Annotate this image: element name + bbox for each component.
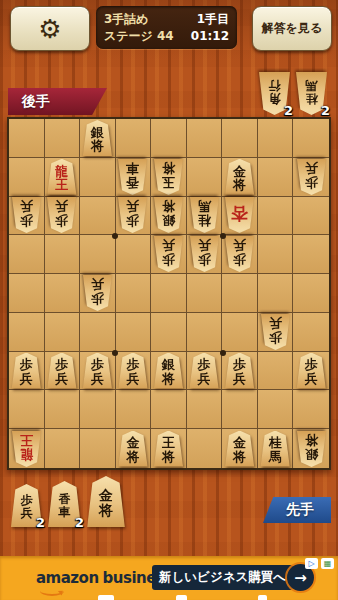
board-square[interactable] bbox=[187, 313, 223, 352]
piece-face: 銀将 bbox=[153, 197, 184, 233]
board-square[interactable] bbox=[45, 119, 81, 158]
board-square[interactable] bbox=[116, 313, 152, 352]
board-square[interactable]: 歩兵 bbox=[116, 197, 152, 236]
gote-hand-tray: 角行2桂馬2 bbox=[258, 72, 328, 115]
board-square[interactable] bbox=[45, 274, 81, 313]
board-star-point bbox=[220, 350, 226, 356]
piece-face: 歩兵 bbox=[296, 353, 327, 389]
board-square[interactable]: 銀将 bbox=[80, 119, 116, 158]
ad-cta-button[interactable]: 新しいビジネス購買へ bbox=[152, 565, 293, 590]
board-square[interactable]: 歩兵 bbox=[293, 352, 329, 391]
gear-icon: ⚙ bbox=[38, 16, 61, 42]
hand-tile-歩兵[interactable]: 歩兵2 bbox=[10, 484, 43, 527]
board-square[interactable] bbox=[9, 119, 45, 158]
board-square[interactable] bbox=[80, 390, 116, 429]
hand-piece-count: 2 bbox=[321, 103, 330, 118]
board-square[interactable]: 杏 bbox=[222, 197, 258, 236]
board-square[interactable] bbox=[80, 235, 116, 274]
board-square[interactable] bbox=[116, 119, 152, 158]
board-square[interactable] bbox=[80, 197, 116, 236]
board-square[interactable] bbox=[187, 274, 223, 313]
shogi-piece-銀将[interactable]: 銀将 bbox=[82, 120, 113, 156]
ad-cropped-content bbox=[176, 595, 187, 600]
board-square[interactable] bbox=[80, 313, 116, 352]
board-square[interactable]: 歩兵 bbox=[45, 197, 81, 236]
piece-face: 銀将 bbox=[82, 120, 113, 156]
hand-tile-香車[interactable]: 香車2 bbox=[47, 481, 82, 527]
piece-face: 金将 bbox=[224, 431, 255, 467]
ad-brand-amazon: amazon bbox=[36, 569, 99, 587]
piece-face: 歩兵 bbox=[117, 353, 148, 389]
piece-face: 歩兵 bbox=[189, 353, 220, 389]
board-square[interactable] bbox=[187, 119, 223, 158]
piece-face: 金将 bbox=[224, 159, 255, 195]
shogi-piece-銀将[interactable]: 銀将 bbox=[153, 353, 184, 389]
board-square[interactable] bbox=[45, 235, 81, 274]
board-square[interactable] bbox=[258, 197, 294, 236]
ad-info-icon[interactable]: ▦ bbox=[321, 558, 334, 569]
shogi-piece-桂馬[interactable]: 桂馬 bbox=[260, 431, 291, 467]
board-square[interactable] bbox=[187, 390, 223, 429]
shogi-piece-歩兵[interactable]: 歩兵 bbox=[260, 314, 291, 350]
board-square[interactable] bbox=[293, 235, 329, 274]
board-square[interactable]: 龍王 bbox=[45, 158, 81, 197]
shogi-piece-龍王[interactable]: 龍王 bbox=[46, 159, 77, 195]
shogi-piece-歩兵[interactable]: 歩兵 bbox=[46, 197, 77, 233]
status-panel: 3手詰め 1手目 ステージ 44 01:12 bbox=[96, 6, 237, 49]
piece-face: 玉将 bbox=[153, 159, 184, 195]
hand-tile-角行[interactable]: 角行2 bbox=[258, 72, 291, 115]
shogi-piece-金将[interactable]: 金将 bbox=[117, 431, 148, 467]
board-square[interactable]: 歩兵 bbox=[293, 158, 329, 197]
piece-face: 龍王 bbox=[46, 159, 77, 195]
board-square[interactable] bbox=[222, 390, 258, 429]
shogi-piece-歩兵[interactable]: 歩兵 bbox=[82, 353, 113, 389]
shogi-piece-歩兵[interactable]: 歩兵 bbox=[117, 353, 148, 389]
board-square[interactable]: 桂馬 bbox=[258, 429, 294, 468]
hand-piece-count: 2 bbox=[75, 515, 84, 530]
board-square[interactable] bbox=[222, 313, 258, 352]
stage-label: ステージ 44 bbox=[104, 28, 174, 44]
board-square[interactable] bbox=[116, 390, 152, 429]
hand-piece-count: 2 bbox=[284, 103, 293, 118]
piece-face: 香車 bbox=[117, 159, 148, 195]
board-square[interactable]: 銀将 bbox=[151, 352, 187, 391]
board-square[interactable] bbox=[151, 274, 187, 313]
board-square[interactable] bbox=[45, 313, 81, 352]
top-bar: ⚙ 3手詰め 1手目 ステージ 44 01:12 解答を見る bbox=[0, 0, 338, 55]
board-square[interactable]: 金将 bbox=[222, 158, 258, 197]
piece-face: 銀将 bbox=[153, 353, 184, 389]
piece-face: 王将 bbox=[153, 431, 184, 467]
piece-face: 龍王 bbox=[11, 431, 42, 467]
move-number-label: 1手目 bbox=[197, 11, 229, 27]
piece-face: 歩兵 bbox=[117, 197, 148, 233]
board-square[interactable] bbox=[45, 390, 81, 429]
board-square[interactable] bbox=[9, 390, 45, 429]
shogi-piece-歩兵[interactable]: 歩兵 bbox=[189, 236, 220, 272]
board-square[interactable] bbox=[293, 390, 329, 429]
board-square[interactable] bbox=[222, 119, 258, 158]
board-square[interactable]: 龍王 bbox=[9, 429, 45, 468]
board-square[interactable]: 歩兵 bbox=[9, 352, 45, 391]
board-square[interactable]: 歩兵 bbox=[80, 274, 116, 313]
hand-piece-count: 2 bbox=[36, 515, 45, 530]
piece-face: 桂馬 bbox=[189, 197, 220, 233]
shogi-piece-玉将[interactable]: 玉将 bbox=[153, 159, 184, 195]
board-square[interactable] bbox=[151, 313, 187, 352]
board-square[interactable]: 王将 bbox=[151, 429, 187, 468]
board-square[interactable] bbox=[258, 274, 294, 313]
board-square[interactable] bbox=[258, 119, 294, 158]
board-square[interactable]: 歩兵 bbox=[80, 352, 116, 391]
board-square[interactable] bbox=[293, 119, 329, 158]
ad-cropped-content bbox=[258, 595, 267, 600]
board-square[interactable] bbox=[258, 390, 294, 429]
piece-face: 歩兵 bbox=[296, 159, 327, 195]
shogi-piece-金将[interactable]: 金将 bbox=[224, 159, 255, 195]
board-square[interactable]: 歩兵 bbox=[258, 313, 294, 352]
board-square[interactable]: 歩兵 bbox=[9, 197, 45, 236]
shogi-board[interactable]: 銀将龍王香車玉将金将歩兵歩兵歩兵歩兵銀将桂馬杏歩兵歩兵歩兵歩兵歩兵歩兵歩兵歩兵歩… bbox=[7, 117, 331, 470]
hand-tile-桂馬[interactable]: 桂馬2 bbox=[295, 72, 328, 115]
gote-player-badge: 後手 bbox=[8, 88, 107, 115]
board-square[interactable] bbox=[187, 429, 223, 468]
board-star-point bbox=[112, 350, 118, 356]
board-square[interactable]: 金将 bbox=[116, 429, 152, 468]
board-square[interactable] bbox=[293, 313, 329, 352]
shogi-piece-桂馬[interactable]: 桂馬 bbox=[189, 197, 220, 233]
ad-cropped-content bbox=[98, 595, 114, 600]
shogi-piece-香車[interactable]: 香車 bbox=[117, 159, 148, 195]
shogi-piece-王将[interactable]: 王将 bbox=[153, 431, 184, 467]
sente-player-badge: 先手 bbox=[263, 497, 331, 523]
board-square[interactable] bbox=[222, 274, 258, 313]
shogi-piece-歩兵[interactable]: 歩兵 bbox=[153, 236, 184, 272]
shogi-piece-歩兵[interactable]: 歩兵 bbox=[117, 197, 148, 233]
board-square[interactable]: 玉将 bbox=[151, 158, 187, 197]
piece-face: 歩兵 bbox=[260, 314, 291, 350]
board-star-point bbox=[112, 233, 118, 239]
board-square[interactable] bbox=[80, 158, 116, 197]
board-square[interactable] bbox=[80, 429, 116, 468]
board-square[interactable]: 銀将 bbox=[151, 197, 187, 236]
piece-face: 桂馬 bbox=[260, 431, 291, 467]
shogi-piece-歩兵[interactable]: 歩兵 bbox=[82, 275, 113, 311]
board-square[interactable]: 歩兵 bbox=[222, 235, 258, 274]
piece-face: 銀将 bbox=[296, 431, 327, 467]
piece-face: 歩兵 bbox=[11, 197, 42, 233]
board-square[interactable] bbox=[9, 158, 45, 197]
board-square[interactable] bbox=[258, 352, 294, 391]
board-square[interactable]: 桂馬 bbox=[187, 197, 223, 236]
shogi-piece-成香[interactable]: 杏 bbox=[224, 197, 255, 233]
board-square[interactable]: 歩兵 bbox=[222, 352, 258, 391]
board-square[interactable]: 金将 bbox=[222, 429, 258, 468]
amazon-smile-icon bbox=[40, 586, 64, 596]
piece-face: 歩兵 bbox=[82, 353, 113, 389]
piece-face: 歩兵 bbox=[11, 353, 42, 389]
shogi-piece-歩兵[interactable]: 歩兵 bbox=[189, 353, 220, 389]
board-square[interactable]: 歩兵 bbox=[187, 235, 223, 274]
ad-banner[interactable]: amazonbusiness 新しいビジネス購買へ → ▷ ▦ bbox=[0, 556, 338, 600]
board-square[interactable] bbox=[187, 158, 223, 197]
board-square[interactable] bbox=[116, 235, 152, 274]
shogi-piece-銀将[interactable]: 銀将 bbox=[153, 197, 184, 233]
piece-face: 歩兵 bbox=[189, 236, 220, 272]
board-square[interactable] bbox=[151, 390, 187, 429]
board-square[interactable]: 銀将 bbox=[293, 429, 329, 468]
shogi-piece-歩兵[interactable]: 歩兵 bbox=[296, 159, 327, 195]
shogi-piece-金将[interactable]: 金将 bbox=[224, 431, 255, 467]
settings-button[interactable]: ⚙ bbox=[10, 6, 90, 51]
piece-face: 金将 bbox=[86, 476, 126, 527]
piece-face: 歩兵 bbox=[153, 236, 184, 272]
board-square[interactable] bbox=[9, 274, 45, 313]
board-square[interactable] bbox=[258, 235, 294, 274]
hand-tile-金将[interactable]: 金将 bbox=[86, 476, 126, 527]
shogi-piece-歩兵[interactable]: 歩兵 bbox=[11, 197, 42, 233]
app-screen: ⚙ 3手詰め 1手目 ステージ 44 01:12 解答を見る 後手 角行2桂馬2… bbox=[0, 0, 338, 600]
board-square[interactable]: 歩兵 bbox=[45, 352, 81, 391]
board-square[interactable] bbox=[258, 158, 294, 197]
board-square[interactable] bbox=[45, 429, 81, 468]
board-star-point bbox=[220, 233, 226, 239]
piece-face: 歩兵 bbox=[82, 275, 113, 311]
timer: 01:12 bbox=[191, 28, 229, 44]
shogi-piece-龍王[interactable]: 龍王 bbox=[11, 431, 42, 467]
board-square[interactable]: 歩兵 bbox=[116, 352, 152, 391]
board-square[interactable] bbox=[293, 274, 329, 313]
shogi-piece-金将[interactable]: 金将 bbox=[86, 476, 126, 527]
show-answer-button[interactable]: 解答を見る bbox=[252, 6, 332, 51]
piece-face: 金将 bbox=[117, 431, 148, 467]
piece-face: 杏 bbox=[224, 197, 255, 233]
piece-face: 歩兵 bbox=[46, 353, 77, 389]
piece-face: 歩兵 bbox=[46, 197, 77, 233]
board-square[interactable] bbox=[116, 274, 152, 313]
puzzle-type-label: 3手詰め bbox=[104, 11, 149, 27]
shogi-piece-歩兵[interactable]: 歩兵 bbox=[46, 353, 77, 389]
shogi-piece-銀将[interactable]: 銀将 bbox=[296, 431, 327, 467]
board-square[interactable] bbox=[9, 235, 45, 274]
shogi-piece-歩兵[interactable]: 歩兵 bbox=[296, 353, 327, 389]
shogi-piece-歩兵[interactable]: 歩兵 bbox=[11, 353, 42, 389]
board-square[interactable]: 歩兵 bbox=[151, 235, 187, 274]
board-square[interactable]: 歩兵 bbox=[187, 352, 223, 391]
ad-choices-icon[interactable]: ▷ bbox=[305, 558, 318, 569]
board-square[interactable] bbox=[293, 197, 329, 236]
shogi-piece-歩兵[interactable]: 歩兵 bbox=[224, 353, 255, 389]
sente-hand-tray: 歩兵2香車2金将 bbox=[10, 476, 126, 527]
piece-face: 歩兵 bbox=[224, 236, 255, 272]
board-square[interactable]: 香車 bbox=[116, 158, 152, 197]
board-square[interactable] bbox=[151, 119, 187, 158]
board-square[interactable] bbox=[9, 313, 45, 352]
shogi-piece-歩兵[interactable]: 歩兵 bbox=[224, 236, 255, 272]
piece-face: 歩兵 bbox=[224, 353, 255, 389]
